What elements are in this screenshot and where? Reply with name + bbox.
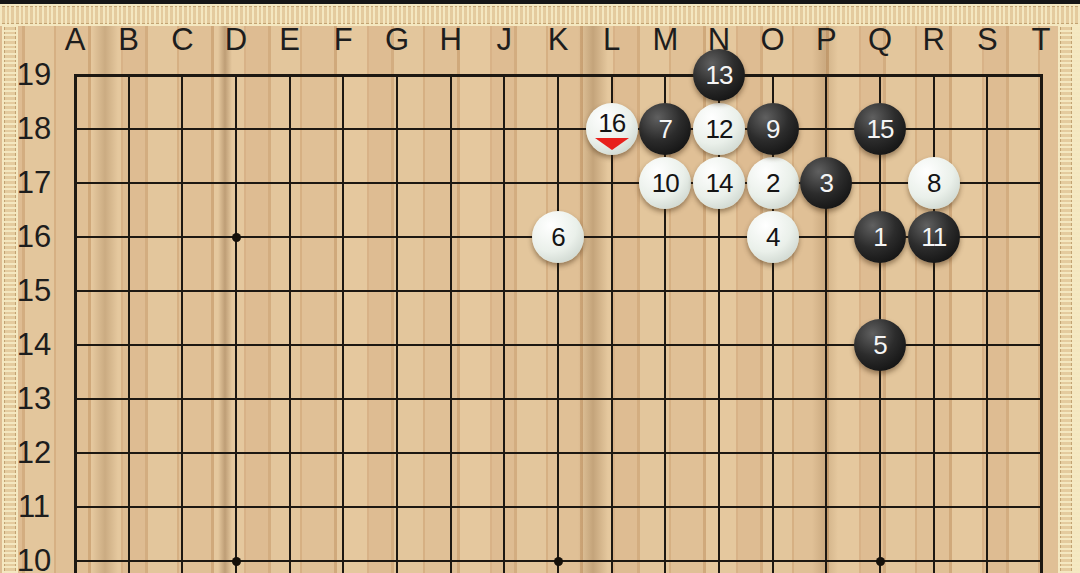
move-number: 9 [766,114,779,145]
grid-line-horizontal-11 [74,506,1043,508]
move-number: 2 [766,168,779,199]
row-label-19: 19 [12,58,56,92]
row-label-12: 12 [12,436,56,470]
grid-line-vertical-J [503,74,505,573]
board-wood-background [0,0,1080,573]
grid-line-vertical-S [986,74,988,573]
column-label-T: T [1021,23,1061,57]
grid-line-vertical-T [1040,74,1043,573]
stone-white-2[interactable]: 2 [747,157,799,209]
column-label-G: G [377,23,417,57]
column-label-D: D [216,23,256,57]
column-label-F: F [323,23,363,57]
row-label-14: 14 [12,328,56,362]
stone-white-12[interactable]: 12 [693,103,745,155]
grid-line-vertical-E [289,74,291,573]
row-label-10: 10 [12,544,56,573]
row-label-18: 18 [12,112,56,146]
stone-black-7[interactable]: 7 [639,103,691,155]
column-label-R: R [914,23,954,57]
column-label-B: B [109,23,149,57]
grid-line-vertical-R [933,74,935,573]
move-number: 10 [652,168,679,199]
column-label-P: P [806,23,846,57]
grid-line-vertical-B [128,74,130,573]
move-number: 13 [706,60,733,91]
stone-black-3[interactable]: 3 [800,157,852,209]
grid-line-horizontal-15 [74,290,1043,292]
move-number: 15 [867,114,894,145]
star-point-K10 [554,557,563,566]
grid-line-vertical-H [450,74,452,573]
row-label-16: 16 [12,220,56,254]
column-label-M: M [645,23,685,57]
grid-line-horizontal-12 [74,452,1043,454]
grid-line-vertical-G [396,74,398,573]
grid-line-horizontal-13 [74,398,1043,400]
grid-line-vertical-D [235,74,237,573]
stone-white-14[interactable]: 14 [693,157,745,209]
move-number: 5 [873,330,886,361]
grid-line-vertical-A [74,74,77,573]
row-label-17: 17 [12,166,56,200]
column-label-L: L [592,23,632,57]
move-number: 11 [921,222,946,253]
stone-black-9[interactable]: 9 [747,103,799,155]
column-label-Q: Q [860,23,900,57]
move-number: 14 [706,168,733,199]
star-point-D16 [232,233,241,242]
row-label-15: 15 [12,274,56,308]
move-number: 6 [551,222,564,253]
star-point-D10 [232,557,241,566]
decorative-frame-right [1058,26,1080,573]
star-point-Q10 [876,557,885,566]
grid-line-vertical-P [825,74,827,573]
move-number: 4 [766,222,779,253]
stone-black-5[interactable]: 5 [854,319,906,371]
column-label-A: A [55,23,95,57]
grid-line-vertical-C [181,74,183,573]
column-label-J: J [484,23,524,57]
column-label-E: E [270,23,310,57]
row-label-11: 11 [12,490,56,524]
stone-white-6[interactable]: 6 [532,211,584,263]
grid-line-horizontal-17 [74,182,1043,184]
row-label-13: 13 [12,382,56,416]
move-number: 8 [927,168,940,199]
stone-black-15[interactable]: 15 [854,103,906,155]
column-label-C: C [162,23,202,57]
column-label-H: H [431,23,471,57]
grid-line-horizontal-19 [74,74,1043,77]
stone-black-1[interactable]: 1 [854,211,906,263]
go-board-screen: ABCDEFGHJKLMNOPQRST191817161514131211101… [0,0,1080,573]
move-number: 16 [598,108,625,139]
move-number: 12 [706,114,733,145]
stone-white-4[interactable]: 4 [747,211,799,263]
stone-black-13[interactable]: 13 [693,49,745,101]
stone-white-16[interactable]: 16 [586,103,638,155]
last-move-marker-icon [595,138,629,150]
column-label-S: S [967,23,1007,57]
stone-black-11[interactable]: 11 [908,211,960,263]
move-number: 1 [873,222,886,253]
move-number: 7 [659,114,672,145]
grid-line-vertical-K [557,74,559,573]
stone-white-10[interactable]: 10 [639,157,691,209]
move-number: 3 [820,168,833,199]
grid-line-vertical-F [342,74,344,573]
stone-white-8[interactable]: 8 [908,157,960,209]
column-label-K: K [538,23,578,57]
column-label-O: O [753,23,793,57]
